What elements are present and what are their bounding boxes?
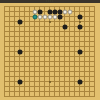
black-stone [77,14,82,19]
star-point [49,81,51,83]
black-stone [62,24,67,29]
star-point [49,51,51,53]
black-stone [57,14,62,19]
black-stone [17,19,22,24]
black-stone [17,49,22,54]
black-stone [77,49,82,54]
black-stone [17,79,22,84]
go-board-grid[interactable] [4,6,95,97]
white-stone [67,9,72,14]
go-board[interactable] [0,3,100,100]
white-stone [52,14,57,19]
star-point [79,21,81,23]
black-stone [77,79,82,84]
star-point [49,21,51,23]
last-move-stone [32,14,37,19]
black-stone [77,24,82,29]
